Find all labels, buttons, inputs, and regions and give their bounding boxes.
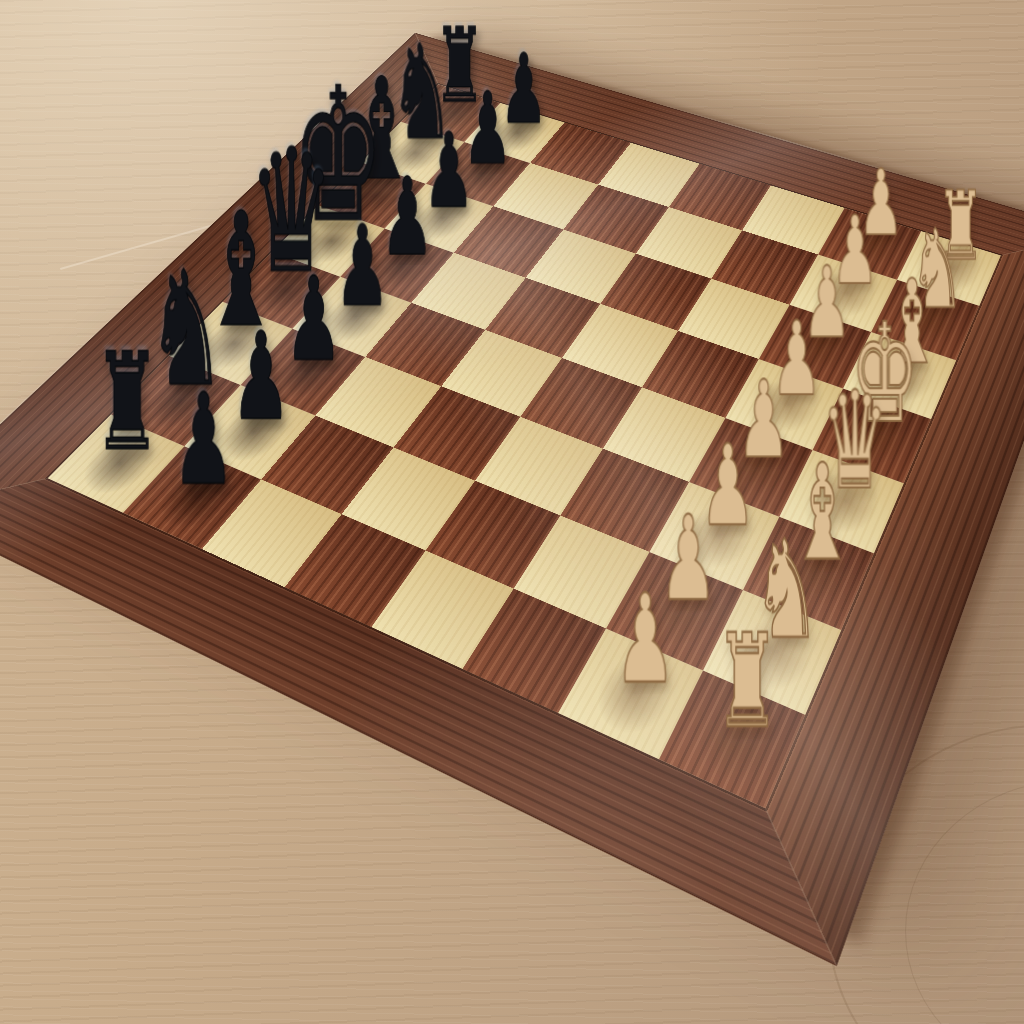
- table-scratch: [905, 780, 1024, 1024]
- piece-glyph: ♜: [716, 620, 780, 743]
- piece-glyph: ♟: [615, 581, 676, 698]
- piece-glyph: ♟: [173, 381, 236, 501]
- piece-glyph: ♟: [285, 265, 342, 375]
- piece-glyph: ♜: [94, 339, 161, 467]
- piece-glyph: ♟: [231, 321, 291, 436]
- piece-glyph: ♟: [335, 214, 390, 320]
